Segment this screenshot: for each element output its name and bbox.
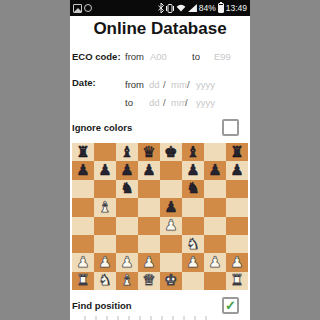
ignore-colors-checkbox[interactable]: [222, 119, 239, 136]
square-e7[interactable]: [160, 161, 182, 179]
square-d7[interactable]: ♟: [138, 161, 160, 179]
square-c6[interactable]: ♞: [116, 180, 138, 198]
find-position-checkbox[interactable]: ✓: [222, 297, 239, 314]
square-d8[interactable]: ♛: [138, 143, 160, 161]
eco-to-label: to: [192, 51, 200, 62]
date-to-day-input[interactable]: dd: [149, 97, 160, 108]
page-title: Online Database: [70, 19, 250, 39]
square-d2[interactable]: ♟: [138, 253, 160, 271]
square-h3[interactable]: [226, 235, 248, 253]
white-pawn-piece: ♟: [230, 255, 243, 270]
square-c2[interactable]: ♟: [116, 253, 138, 271]
black-pawn-piece: ♟: [164, 200, 177, 215]
square-f7[interactable]: ♟: [182, 161, 204, 179]
date-label: Date:: [72, 77, 96, 88]
date-from-year-input[interactable]: yyyy: [196, 79, 215, 90]
square-e8[interactable]: ♚: [160, 143, 182, 161]
signal-icon: [188, 4, 197, 12]
square-e1[interactable]: ♚: [160, 272, 182, 290]
square-f2[interactable]: ♟: [182, 253, 204, 271]
square-a6[interactable]: [72, 180, 94, 198]
square-g6[interactable]: [204, 180, 226, 198]
square-e5[interactable]: ♟: [160, 198, 182, 216]
square-g7[interactable]: ♟: [204, 161, 226, 179]
square-e2[interactable]: [160, 253, 182, 271]
square-b1[interactable]: ♞: [94, 272, 116, 290]
square-b5[interactable]: ♝: [94, 198, 116, 216]
square-b8[interactable]: [94, 143, 116, 161]
square-a2[interactable]: ♟: [72, 253, 94, 271]
square-b7[interactable]: ♟: [94, 161, 116, 179]
square-h4[interactable]: [226, 217, 248, 235]
square-f6[interactable]: ♞: [182, 180, 204, 198]
date-to-year-input[interactable]: yyyy: [196, 97, 215, 108]
battery-percent: 84%: [199, 3, 216, 13]
date-from-label: from: [125, 79, 144, 90]
white-pawn-piece: ♟: [142, 255, 155, 270]
date-from-day-input[interactable]: dd: [149, 79, 160, 90]
white-pawn-piece: ♟: [186, 255, 199, 270]
white-knight-piece: ♞: [98, 273, 111, 288]
square-c4[interactable]: [116, 217, 138, 235]
black-knight-piece: ♞: [186, 181, 199, 196]
square-g2[interactable]: ♟: [204, 253, 226, 271]
square-f4[interactable]: [182, 217, 204, 235]
square-b2[interactable]: ♟: [94, 253, 116, 271]
black-pawn-piece: ♟: [208, 163, 221, 178]
white-queen-piece: ♛: [142, 273, 155, 288]
date-from-month-input[interactable]: mm: [171, 79, 187, 90]
battery-icon: [218, 3, 224, 13]
white-knight-piece: ♞: [186, 237, 199, 252]
white-bishop-piece: ♝: [98, 200, 111, 215]
square-c1[interactable]: ♝: [116, 272, 138, 290]
square-h8[interactable]: ♜: [226, 143, 248, 161]
checkmark-icon: ✓: [225, 299, 236, 312]
square-c3[interactable]: [116, 235, 138, 253]
white-bishop-piece: ♝: [120, 273, 133, 288]
square-g4[interactable]: [204, 217, 226, 235]
white-pawn-piece: ♟: [208, 255, 221, 270]
square-g8[interactable]: [204, 143, 226, 161]
square-a3[interactable]: [72, 235, 94, 253]
square-d3[interactable]: [138, 235, 160, 253]
square-g3[interactable]: [204, 235, 226, 253]
square-h6[interactable]: [226, 180, 248, 198]
white-rook-piece: ♜: [230, 273, 243, 288]
eco-to-input[interactable]: E99: [214, 51, 231, 62]
date-separator: /: [185, 97, 188, 108]
square-f5[interactable]: [182, 198, 204, 216]
square-b6[interactable]: [94, 180, 116, 198]
black-rook-piece: ♜: [230, 145, 243, 160]
find-position-label: Find position: [72, 300, 132, 311]
date-separator: /: [187, 79, 190, 90]
square-g5[interactable]: [204, 198, 226, 216]
black-king-piece: ♚: [164, 145, 177, 160]
white-pawn-piece: ♟: [98, 255, 111, 270]
date-separator: /: [163, 79, 166, 90]
black-pawn-piece: ♟: [98, 163, 111, 178]
square-f8[interactable]: ♝: [182, 143, 204, 161]
eco-from-input[interactable]: A00: [150, 51, 167, 62]
white-pawn-piece: ♟: [120, 255, 133, 270]
partial-next-row: [84, 316, 209, 320]
status-time: 13:49: [226, 3, 247, 13]
black-queen-piece: ♛: [142, 145, 155, 160]
eco-from-label: from: [125, 51, 144, 62]
black-knight-piece: ♞: [120, 181, 133, 196]
square-a8[interactable]: ♜: [72, 143, 94, 161]
square-d5[interactable]: [138, 198, 160, 216]
black-bishop-piece: ♝: [120, 145, 133, 160]
black-pawn-piece: ♟: [142, 163, 155, 178]
square-d1[interactable]: ♛: [138, 272, 160, 290]
notification-circle-icon: [84, 4, 92, 12]
white-rook-piece: ♜: [76, 273, 89, 288]
square-g1[interactable]: [204, 272, 226, 290]
square-c8[interactable]: ♝: [116, 143, 138, 161]
square-f3[interactable]: ♞: [182, 235, 204, 253]
white-pawn-piece: ♟: [164, 218, 177, 233]
square-a4[interactable]: [72, 217, 94, 235]
square-h5[interactable]: [226, 198, 248, 216]
square-f1[interactable]: [182, 272, 204, 290]
black-bishop-piece: ♝: [186, 145, 199, 160]
date-to-label: to: [125, 97, 133, 108]
ignore-colors-label: Ignore colors: [72, 122, 132, 133]
square-h2[interactable]: ♟: [226, 253, 248, 271]
square-d6[interactable]: [138, 180, 160, 198]
square-b4[interactable]: [94, 217, 116, 235]
date-separator: /: [163, 97, 166, 108]
white-king-piece: ♚: [164, 273, 177, 288]
square-h7[interactable]: ♟: [226, 161, 248, 179]
vibrate-icon: [166, 4, 174, 13]
status-bar: 84% 13:49: [70, 0, 250, 16]
wifi-icon: [176, 4, 186, 12]
square-b3[interactable]: [94, 235, 116, 253]
square-a1[interactable]: ♜: [72, 272, 94, 290]
square-d4[interactable]: [138, 217, 160, 235]
online-database-screen: 84% 13:49 Online Database ECO code: from…: [70, 0, 250, 320]
black-pawn-piece: ♟: [230, 163, 243, 178]
black-rook-piece: ♜: [76, 145, 89, 160]
white-pawn-piece: ♟: [76, 255, 89, 270]
square-c5[interactable]: [116, 198, 138, 216]
black-pawn-piece: ♟: [120, 163, 133, 178]
notification-image-icon: [73, 4, 82, 13]
square-e4[interactable]: ♟: [160, 217, 182, 235]
black-pawn-piece: ♟: [76, 163, 89, 178]
square-a5[interactable]: [72, 198, 94, 216]
square-c7[interactable]: ♟: [116, 161, 138, 179]
bluetooth-icon: [158, 3, 164, 13]
chess-board[interactable]: ♜♝♛♚♝♜♟♟♟♟♟♟♟♞♞♝♟♟♞♟♟♟♟♟♟♟♜♞♝♛♚♜: [72, 143, 248, 290]
square-e3[interactable]: [160, 235, 182, 253]
square-e6[interactable]: [160, 180, 182, 198]
square-h1[interactable]: ♜: [226, 272, 248, 290]
eco-code-label: ECO code:: [72, 51, 121, 62]
square-a7[interactable]: ♟: [72, 161, 94, 179]
black-pawn-piece: ♟: [186, 163, 199, 178]
